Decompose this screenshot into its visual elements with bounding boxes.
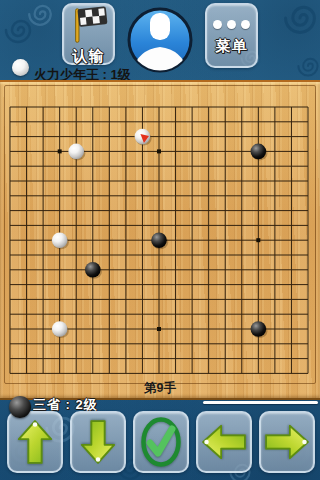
board-grid-svg xyxy=(0,82,320,402)
resign-button[interactable]: 认输 xyxy=(62,3,115,65)
menu-dots-icon xyxy=(213,20,250,29)
nav-down-button[interactable] xyxy=(70,411,126,473)
white-stone-icon xyxy=(12,59,29,76)
go-board[interactable]: 第9手 xyxy=(0,80,320,400)
stone-white xyxy=(52,321,68,337)
arrow-down-icon xyxy=(79,419,117,465)
black-player-label: 三省 : 2级 xyxy=(33,398,98,411)
menu-dot xyxy=(227,20,236,29)
avatar-button[interactable] xyxy=(126,6,194,74)
stone-white xyxy=(68,144,84,160)
checkered-flag-icon xyxy=(69,6,109,48)
stone-black xyxy=(251,321,267,337)
menu-button-label: 菜单 xyxy=(216,38,248,53)
resign-button-label: 认输 xyxy=(73,48,105,63)
app-screen: 认输 菜单 火力少年王 : 1级 xyxy=(0,0,320,480)
check-icon xyxy=(139,416,183,468)
arrow-right-icon xyxy=(264,423,310,461)
arrow-left-icon xyxy=(201,423,247,461)
player-progress-line xyxy=(203,401,318,404)
person-icon xyxy=(126,6,194,74)
black-stone-icon xyxy=(9,396,31,418)
nav-up-button[interactable] xyxy=(7,411,63,473)
arrow-up-icon xyxy=(16,419,54,465)
menu-button[interactable]: 菜单 xyxy=(205,3,258,68)
confirm-move-button[interactable] xyxy=(133,411,189,473)
stone-black xyxy=(85,262,101,278)
stone-black xyxy=(251,144,267,160)
nav-right-button[interactable] xyxy=(259,411,315,473)
stone-black xyxy=(151,232,167,248)
menu-dot xyxy=(241,20,250,29)
nav-left-button[interactable] xyxy=(196,411,252,473)
move-number-label: 第9手 xyxy=(0,380,320,397)
menu-dot xyxy=(213,20,222,29)
stone-white xyxy=(52,232,68,248)
